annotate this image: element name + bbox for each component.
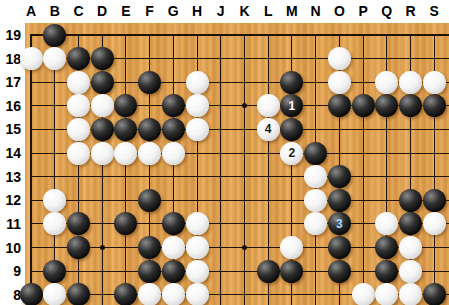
- stone-black-B9: [43, 260, 66, 283]
- stone-black-Q10: [375, 236, 398, 259]
- stone-white-G10: [162, 236, 185, 259]
- stone-white-S17: [423, 71, 446, 94]
- stone-white-E14: [114, 142, 137, 165]
- stone-white-O17: [328, 71, 351, 94]
- stone-black-C11: [67, 212, 90, 235]
- stone-white-N12: [304, 189, 327, 212]
- stone-black-G11: [162, 212, 185, 235]
- stone-white-H16: [186, 94, 209, 117]
- stone-white-D14: [91, 142, 114, 165]
- stone-white-A18: [20, 47, 43, 70]
- stone-black-G15: [162, 118, 185, 141]
- stone-white-B18: [43, 47, 66, 70]
- stone-white-G8: [162, 283, 185, 305]
- stone-black-S8: [423, 283, 446, 305]
- stone-black-L9: [257, 260, 280, 283]
- stone-black-E8: [114, 283, 137, 305]
- stone-black-C8: [67, 283, 90, 305]
- stone-white-R9: [399, 260, 422, 283]
- stone-white-D16: [91, 94, 114, 117]
- stone-white-G14: [162, 142, 185, 165]
- stone-white-N11: [304, 212, 327, 235]
- stone-white-R8: [399, 283, 422, 305]
- stone-white-C17: [67, 71, 90, 94]
- go-board: ABCDEFGHJKLMNOPQRS 191817161514131211109…: [0, 0, 449, 305]
- stone-white-L16: [257, 94, 280, 117]
- move-number-2: 2: [289, 147, 296, 159]
- stone-black-P16: [352, 94, 375, 117]
- stone-black-R16: [399, 94, 422, 117]
- stone-black-Q16: [375, 94, 398, 117]
- stone-black-M17: [280, 71, 303, 94]
- stone-black-M16: 1: [280, 94, 303, 117]
- stone-white-H9: [186, 260, 209, 283]
- stone-black-O13: [328, 165, 351, 188]
- stone-black-B19: [43, 24, 66, 47]
- stone-black-F17: [138, 71, 161, 94]
- stone-black-E16: [114, 94, 137, 117]
- stone-white-H17: [186, 71, 209, 94]
- stone-black-O9: [328, 260, 351, 283]
- stone-black-M9: [280, 260, 303, 283]
- stone-white-M10: [280, 236, 303, 259]
- stone-black-D15: [91, 118, 114, 141]
- stone-white-B8: [43, 283, 66, 305]
- stone-white-O18: [328, 47, 351, 70]
- stones-layer: 1342: [0, 0, 449, 305]
- stone-white-C16: [67, 94, 90, 117]
- stone-black-Q9: [375, 260, 398, 283]
- stone-black-M15: [280, 118, 303, 141]
- stone-white-C14: [67, 142, 90, 165]
- stone-black-A8: [20, 283, 43, 305]
- stone-white-H15: [186, 118, 209, 141]
- stone-black-D17: [91, 71, 114, 94]
- stone-white-H10: [186, 236, 209, 259]
- stone-black-F9: [138, 260, 161, 283]
- stone-white-Q11: [375, 212, 398, 235]
- stone-black-O11: 3: [328, 212, 351, 235]
- stone-black-S12: [423, 189, 446, 212]
- stone-black-R11: [399, 212, 422, 235]
- stone-black-R12: [399, 189, 422, 212]
- stone-black-G9: [162, 260, 185, 283]
- stone-black-C10: [67, 236, 90, 259]
- stone-black-E15: [114, 118, 137, 141]
- stone-black-O12: [328, 189, 351, 212]
- stone-white-R10: [399, 236, 422, 259]
- stone-black-S16: [423, 94, 446, 117]
- stone-black-O10: [328, 236, 351, 259]
- stone-white-S11: [423, 212, 446, 235]
- stone-white-F8: [138, 283, 161, 305]
- stone-black-O16: [328, 94, 351, 117]
- stone-white-C15: [67, 118, 90, 141]
- stone-black-D18: [91, 47, 114, 70]
- stone-white-H11: [186, 212, 209, 235]
- stone-black-N14: [304, 142, 327, 165]
- stone-white-H8: [186, 283, 209, 305]
- move-number-3: 3: [336, 218, 343, 230]
- stone-black-G16: [162, 94, 185, 117]
- stone-white-M14: 2: [280, 142, 303, 165]
- stone-white-L15: 4: [257, 118, 280, 141]
- stone-white-Q8: [375, 283, 398, 305]
- stone-white-B11: [43, 212, 66, 235]
- stone-white-P8: [352, 283, 375, 305]
- move-number-1: 1: [289, 100, 296, 112]
- stone-white-N13: [304, 165, 327, 188]
- stone-black-E11: [114, 212, 137, 235]
- stone-black-C18: [67, 47, 90, 70]
- stone-black-F10: [138, 236, 161, 259]
- stone-white-Q17: [375, 71, 398, 94]
- stone-black-F12: [138, 189, 161, 212]
- stone-white-F14: [138, 142, 161, 165]
- stone-white-B12: [43, 189, 66, 212]
- stone-black-F15: [138, 118, 161, 141]
- stone-white-R17: [399, 71, 422, 94]
- move-number-4: 4: [265, 123, 272, 135]
